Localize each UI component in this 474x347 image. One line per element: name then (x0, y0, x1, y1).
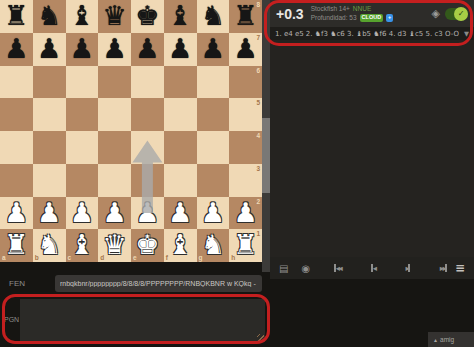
square-b2[interactable]: ♟ (33, 197, 66, 230)
square-g5[interactable] (197, 98, 230, 131)
square-h5[interactable]: 5 (229, 98, 262, 131)
white-knight: ♞ (37, 229, 61, 262)
black-bishop: ♝ (70, 0, 94, 33)
square-e4[interactable] (131, 131, 164, 164)
black-pawn: ♟ (234, 33, 258, 66)
white-knight: ♞ (201, 229, 225, 262)
coordinate-rank: 8 (256, 2, 260, 9)
coordinate-rank: 6 (256, 68, 260, 75)
square-f8[interactable]: ♝ (164, 0, 197, 33)
square-h2[interactable]: ♟2 (229, 197, 262, 230)
square-a6[interactable] (0, 66, 33, 99)
double-left-triangle-icon: ◂◂ (336, 263, 342, 273)
white-bishop: ♝ (70, 229, 94, 262)
white-pawn: ♟ (4, 197, 28, 230)
square-d3[interactable] (98, 164, 131, 197)
square-g3[interactable] (197, 164, 230, 197)
square-a5[interactable] (0, 98, 33, 131)
black-pawn: ♟ (4, 33, 28, 66)
square-a3[interactable] (0, 164, 33, 197)
engine-info: Stockfish 14+ NNUE Profundidad: 53 CLOUD… (311, 5, 394, 23)
black-knight: ♞ (201, 0, 225, 33)
coordinate-rank: 7 (256, 35, 260, 42)
previous-move-button[interactable]: ◂ (371, 263, 375, 273)
engine-depth: Profundidad: 53 (311, 14, 357, 22)
square-f2[interactable]: ♟ (164, 197, 197, 230)
white-pawn: ♟ (234, 197, 258, 230)
white-queen: ♛ (103, 229, 127, 262)
white-rook: ♜ (4, 229, 28, 262)
coordinate-rank: 3 (256, 166, 260, 173)
black-knight: ♞ (37, 0, 61, 33)
square-f4[interactable] (164, 131, 197, 164)
engine-name: Stockfish 14+ (311, 5, 350, 13)
square-f7[interactable]: ♟ (164, 33, 197, 66)
pgn-section: PGN (0, 296, 270, 347)
square-c2[interactable]: ♟ (66, 197, 99, 230)
square-e5[interactable] (131, 98, 164, 131)
chevron-down-icon[interactable]: ▼ (464, 30, 469, 38)
engine-toggle-switch[interactable]: ✓ (445, 8, 468, 20)
square-a2[interactable]: ♟ (0, 197, 33, 230)
square-d7[interactable]: ♟ (98, 33, 131, 66)
white-king: ♚ (135, 229, 159, 262)
toggle-knob-check-icon: ✓ (454, 7, 468, 21)
white-bishop: ♝ (168, 229, 192, 262)
square-e6[interactable] (131, 66, 164, 99)
square-a1[interactable]: ♜a (0, 229, 33, 262)
square-d8[interactable]: ♛ (98, 0, 131, 33)
square-c7[interactable]: ♟ (66, 33, 99, 66)
pgn-label: PGN (4, 316, 19, 323)
principal-variation[interactable]: 1. e4 e5 2. ♞f3 ♞c6 3. ♝b5 ♞f6 4. d3 ♝c5… (275, 30, 459, 38)
last-move-button[interactable]: ▸▸ (440, 263, 447, 273)
practice-target-icon[interactable]: ◉ (301, 263, 310, 274)
black-queen: ♛ (103, 0, 127, 33)
square-c4[interactable] (66, 131, 99, 164)
square-f5[interactable] (164, 98, 197, 131)
white-pawn: ♟ (37, 197, 61, 230)
square-b4[interactable] (33, 131, 66, 164)
coordinate-file: e (133, 255, 137, 262)
coordinate-file: c (68, 255, 72, 262)
info-badge[interactable]: + (386, 14, 393, 22)
fen-label: FEN (0, 279, 55, 288)
square-d5[interactable] (98, 98, 131, 131)
friends-label: amig (440, 336, 454, 343)
chess-analysis-page: ♜♞♝♛♚♝♞♜8♟♟♟♟♟♟♟♟76543♟♟♟♟♟♟♟♟2♜a♞b♝c♛d♚… (0, 0, 474, 347)
evaluation-score: +0.3 (276, 6, 304, 22)
square-b8[interactable]: ♞ (33, 0, 66, 33)
square-d1[interactable]: ♛d (98, 229, 131, 262)
white-rook: ♜ (234, 229, 258, 262)
square-h7[interactable]: ♟7 (229, 33, 262, 66)
nnue-label: NNUE (353, 5, 371, 13)
square-f6[interactable] (164, 66, 197, 99)
bar-glyph (445, 264, 447, 272)
square-g7[interactable]: ♟ (197, 33, 230, 66)
white-pawn: ♟ (168, 197, 192, 230)
black-bishop: ♝ (168, 0, 192, 33)
engine-eval-panel: +0.3 Stockfish 14+ NNUE Profundidad: 53 … (270, 0, 474, 27)
square-a7[interactable]: ♟ (0, 33, 33, 66)
square-h4[interactable]: 4 (229, 131, 262, 164)
square-f1[interactable]: ♝f (164, 229, 197, 262)
white-pawn: ♟ (135, 197, 159, 230)
coordinate-rank: 2 (256, 199, 260, 206)
square-h8[interactable]: ♜8 (229, 0, 262, 33)
square-e1[interactable]: ♚e (131, 229, 164, 262)
square-g6[interactable] (197, 66, 230, 99)
coordinate-file: g (199, 255, 203, 262)
white-pawn: ♟ (103, 197, 127, 230)
menu-icon[interactable]: ≡ (455, 261, 465, 275)
black-rook: ♜ (4, 0, 28, 33)
square-b5[interactable] (33, 98, 66, 131)
square-g4[interactable] (197, 131, 230, 164)
coordinate-rank: 1 (256, 231, 260, 238)
first-move-button[interactable]: ◂◂ (334, 263, 341, 273)
black-pawn: ♟ (37, 33, 61, 66)
engine-line-row[interactable]: 1. e4 e5 2. ♞f3 ♞c6 3. ♝b5 ♞f6 4. d3 ♝c5… (270, 27, 474, 40)
coordinate-rank: 4 (256, 133, 260, 140)
square-h6[interactable]: 6 (229, 66, 262, 99)
playback-controls: ▤ ◉ ◂◂ ◂ ▸ ▸▸ ≡ (270, 257, 474, 279)
square-h1[interactable]: ♜1h (229, 229, 262, 262)
square-c6[interactable] (66, 66, 99, 99)
square-c8[interactable]: ♝ (66, 0, 99, 33)
square-b6[interactable] (33, 66, 66, 99)
square-g8[interactable]: ♞ (197, 0, 230, 33)
textarea-resize-grip-icon[interactable] (257, 334, 264, 341)
coordinate-file: h (231, 255, 235, 262)
square-b1[interactable]: ♞b (33, 229, 66, 262)
square-c1[interactable]: ♝c (66, 229, 99, 262)
square-e3[interactable] (131, 164, 164, 197)
cloud-badge: CLOUD (360, 14, 384, 22)
coordinate-rank: 5 (256, 100, 260, 107)
coordinate-file: a (2, 255, 6, 262)
square-c5[interactable] (66, 98, 99, 131)
board-editor-icon[interactable]: ▤ (279, 263, 288, 274)
triangle-up-icon: ▴ (434, 336, 437, 343)
coordinate-file: d (100, 255, 104, 262)
square-d6[interactable] (98, 66, 131, 99)
white-pawn: ♟ (201, 197, 225, 230)
fen-section: FEN (0, 271, 270, 296)
board-grid: ♜♞♝♛♚♝♞♜8♟♟♟♟♟♟♟♟76543♟♟♟♟♟♟♟♟2♜a♞b♝c♛d♚… (0, 0, 262, 262)
square-b3[interactable] (33, 164, 66, 197)
square-f3[interactable] (164, 164, 197, 197)
black-pawn: ♟ (70, 33, 94, 66)
square-e8[interactable]: ♚ (131, 0, 164, 33)
coordinate-file: b (35, 255, 39, 262)
black-pawn: ♟ (201, 33, 225, 66)
scrollbar-thumb[interactable] (262, 118, 270, 193)
square-g2[interactable]: ♟ (197, 197, 230, 230)
black-pawn: ♟ (135, 33, 159, 66)
engine-settings-icon[interactable]: ◈ (432, 7, 440, 20)
square-b7[interactable]: ♟ (33, 33, 66, 66)
square-d4[interactable] (98, 131, 131, 164)
friends-footer-toggle[interactable]: ▴ amig (428, 332, 474, 347)
white-pawn: ♟ (70, 197, 94, 230)
square-a4[interactable] (0, 131, 33, 164)
chess-board: ♜♞♝♛♚♝♞♜8♟♟♟♟♟♟♟♟76543♟♟♟♟♟♟♟♟2♜a♞b♝c♛d♚… (0, 0, 262, 262)
pgn-textarea[interactable] (20, 299, 265, 342)
bar-glyph (408, 264, 410, 272)
square-a8[interactable]: ♜ (0, 0, 33, 33)
move-list (270, 40, 474, 257)
black-pawn: ♟ (168, 33, 192, 66)
next-move-button[interactable]: ▸ (406, 263, 410, 273)
square-g1[interactable]: ♞g (197, 229, 230, 262)
square-h3[interactable]: 3 (229, 164, 262, 197)
square-d2[interactable]: ♟ (98, 197, 131, 230)
fen-input[interactable] (55, 275, 262, 292)
coordinate-file: f (166, 255, 168, 262)
black-rook: ♜ (234, 0, 258, 33)
analysis-side-panel: +0.3 Stockfish 14+ NNUE Profundidad: 53 … (270, 0, 474, 347)
black-king: ♚ (135, 0, 159, 33)
square-c3[interactable] (66, 164, 99, 197)
square-e2[interactable]: ♟ (131, 197, 164, 230)
black-pawn: ♟ (103, 33, 127, 66)
scrollbar-track[interactable] (262, 0, 270, 272)
left-triangle-icon: ◂ (373, 263, 376, 273)
square-e7[interactable]: ♟ (131, 33, 164, 66)
